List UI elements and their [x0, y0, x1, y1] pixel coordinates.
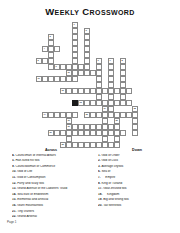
grid-cell: [114, 88, 120, 94]
cell-number: 5: [37, 59, 38, 61]
grid-cell: [72, 112, 78, 118]
clue-text: " " Empire: [101, 176, 115, 179]
down-clue-item: 19. Big and strong folk: [98, 198, 180, 201]
grid-cell: [90, 88, 96, 94]
down-header: Down: [98, 148, 176, 152]
grid-cell: [78, 70, 84, 76]
clue-text: Elemental and artificial: [17, 198, 48, 201]
crossword-grid: 12345678910111213141516171819202122: [36, 22, 138, 148]
cell-number: 14: [43, 113, 45, 115]
cell-number: 12: [61, 89, 63, 91]
cell-number: 9: [55, 65, 56, 67]
grid-cell: [66, 76, 72, 82]
across-clue-item: 12. Furry and scaly folk: [12, 182, 92, 185]
down-clue-item: 2. God of Luck: [98, 159, 180, 162]
cell-number: 22: [61, 143, 63, 145]
down-clue-item: 18. " " Kingdom: [98, 193, 180, 196]
clue-text: God of Order: [101, 154, 119, 157]
clue-text: Councilwoman of Commerce: [15, 165, 55, 168]
grid-cell: [132, 130, 138, 136]
grid-cell: [108, 130, 114, 136]
clue-text: Half-sized hill folk: [15, 159, 39, 162]
clue-text: Tall forestfolk: [103, 204, 121, 207]
cell-number: 8: [121, 59, 122, 61]
across-clue-item: 13. Grand Avenue of the Laborers' Guild: [12, 187, 92, 190]
across-clue-item: 21. Tiny crafters: [12, 210, 92, 213]
cell-number: 21: [49, 131, 51, 133]
clue-text: King of Turland: [101, 182, 122, 185]
grid-cell: 4: [42, 46, 48, 52]
clue-text: Furry and scaly folk: [17, 182, 44, 185]
grid-cell: [54, 46, 60, 52]
cell-number: 15: [85, 113, 87, 115]
across-clue-item: 9. Councilwoman of Commerce: [12, 165, 92, 168]
grid-cell: [96, 130, 102, 136]
grid-cell: [114, 100, 120, 106]
clue-text: Tiny crafters: [17, 210, 34, 213]
grid-cell: [60, 130, 66, 136]
cell-number: 1: [73, 23, 74, 25]
grid-cell: [42, 58, 48, 64]
page-title: Weekly Crossword: [0, 6, 180, 17]
across-clue-item: 22. Grand Arsenal: [12, 215, 92, 218]
cell-number: 18: [133, 107, 135, 109]
clue-text: Grand Avenue of the Laborers' Guild: [17, 187, 67, 190]
cell-number: 17: [103, 107, 105, 109]
across-clue-item: 4. Councilman of Internal Affairs: [12, 154, 92, 157]
down-clue-item: 8. King of Turland: [98, 182, 180, 185]
across-header: Across: [12, 148, 90, 152]
grid-cell: [72, 76, 78, 82]
across-clue-item: 11. God of Consumption: [12, 176, 92, 179]
cell-number: 10: [67, 71, 69, 73]
across-clue-item: 16. Giant mountainfolk: [12, 204, 92, 207]
cell-number: 19: [67, 119, 69, 121]
clue-text: Grand Arsenal: [17, 215, 37, 218]
down-column: Down 1. God of Order2. God of Luck3. Ave…: [92, 148, 180, 221]
cell-number: 2: [85, 29, 86, 31]
clue-text: Big and strong folk: [103, 198, 129, 201]
down-clue-item: 20. Tall forestfolk: [98, 204, 180, 207]
cell-number: 11: [37, 77, 39, 79]
clues-section: Across 4. Councilman of Internal Affairs…: [0, 148, 180, 221]
across-clue-item: 10. God of Life: [12, 170, 92, 173]
clue-text: Sea of " ": [101, 170, 114, 173]
grid-cell: [102, 88, 108, 94]
across-clue-item: 14. Sea east of Endelheim: [12, 193, 92, 196]
down-list: 1. God of Order2. God of Luck3. Average …: [98, 154, 180, 208]
cell-number: 16: [67, 125, 69, 127]
cell-number: 3: [49, 35, 50, 37]
across-clue-item: 5. Half-sized hill folk: [12, 159, 92, 162]
cell-number: 13: [79, 101, 81, 103]
down-clue-item: 7. " " Empire: [98, 176, 180, 179]
down-clue-item: 6. Sea of " ": [98, 170, 180, 173]
grid-cell: 18: [132, 106, 138, 112]
grid-cell: 19: [66, 118, 72, 124]
grid-cell: [120, 130, 126, 136]
down-clue-item: 1. God of Order: [98, 154, 180, 157]
page-footer: Page 1: [7, 220, 17, 224]
across-column: Across 4. Councilman of Internal Affairs…: [0, 148, 92, 221]
clue-text: Councilman of Internal Affairs: [15, 154, 55, 157]
clue-text: God of Luck: [101, 159, 118, 162]
down-clue-item: 3. Average cityfolk: [98, 165, 180, 168]
clue-text: Average cityfolk: [101, 165, 123, 168]
cell-number: 6: [97, 59, 98, 61]
clue-text: God of Consumption: [17, 176, 45, 179]
grid-cell: [126, 88, 132, 94]
across-list: 4. Councilman of Internal Affairs5. Half…: [12, 154, 92, 219]
grid-cell: [90, 70, 96, 76]
clue-text: Giant mountainfolk: [17, 204, 43, 207]
across-clue-item: 15. Elemental and artificial: [12, 198, 92, 201]
grid-cell: [102, 118, 108, 124]
black-cell: [72, 100, 78, 106]
clue-text: Sea east of Endelheim: [17, 193, 48, 196]
down-clue-item: 17. Goat-infused folk: [98, 187, 180, 190]
clue-text: God of Life: [17, 170, 32, 173]
clue-text: " " Kingdom: [103, 193, 119, 196]
cell-number: 20: [115, 119, 117, 121]
cell-number: 4: [43, 47, 44, 49]
grid-cell: 17: [102, 106, 108, 112]
clue-text: Goat-infused folk: [103, 187, 126, 190]
cell-number: 7: [109, 59, 110, 61]
